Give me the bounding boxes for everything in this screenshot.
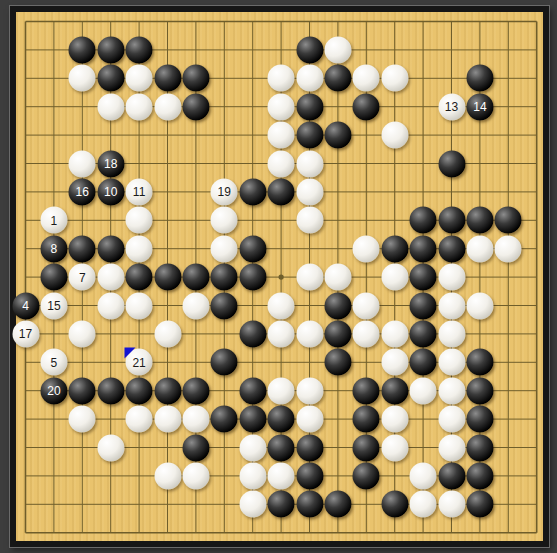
stone-white[interactable] xyxy=(296,178,323,205)
stone-white[interactable] xyxy=(438,434,465,461)
stone-black[interactable] xyxy=(466,65,493,92)
stone-black[interactable]: 8 xyxy=(40,235,67,262)
stone-black[interactable] xyxy=(381,491,408,518)
stone-black[interactable] xyxy=(211,349,238,376)
stone-white[interactable] xyxy=(126,292,153,319)
stone-black[interactable] xyxy=(211,292,238,319)
stone-white[interactable]: 7 xyxy=(69,264,96,291)
move-number-label: 20 xyxy=(47,385,60,397)
move-number-label: 10 xyxy=(104,186,117,198)
stone-white[interactable] xyxy=(466,235,493,262)
stone-black[interactable] xyxy=(239,178,266,205)
stone-black[interactable] xyxy=(353,377,380,404)
stone-white[interactable]: 1 xyxy=(40,207,67,234)
stone-white[interactable] xyxy=(353,320,380,347)
stone-white[interactable] xyxy=(353,292,380,319)
stone-black[interactable] xyxy=(466,406,493,433)
stone-white[interactable] xyxy=(268,122,295,149)
stone-black[interactable] xyxy=(268,178,295,205)
stone-white[interactable] xyxy=(239,491,266,518)
stone-black[interactable] xyxy=(410,292,437,319)
stone-black[interactable] xyxy=(154,377,181,404)
stone-white[interactable] xyxy=(410,462,437,489)
stone-white[interactable] xyxy=(97,292,124,319)
stone-white[interactable] xyxy=(296,65,323,92)
stone-white[interactable] xyxy=(126,207,153,234)
move-number-label: 7 xyxy=(79,271,86,283)
stone-black[interactable] xyxy=(97,65,124,92)
stone-white[interactable]: 19 xyxy=(211,178,238,205)
stone-black[interactable] xyxy=(466,434,493,461)
stone-white[interactable] xyxy=(154,320,181,347)
stone-black[interactable] xyxy=(466,462,493,489)
stone-white[interactable] xyxy=(324,36,351,63)
move-number-label: 4 xyxy=(22,300,29,312)
stone-black[interactable] xyxy=(239,377,266,404)
stone-black[interactable] xyxy=(438,235,465,262)
last-move-marker xyxy=(125,348,136,359)
stone-black[interactable] xyxy=(97,235,124,262)
stone-black[interactable] xyxy=(211,264,238,291)
move-number-label: 19 xyxy=(218,186,231,198)
stone-black[interactable] xyxy=(296,36,323,63)
stone-black[interactable]: 10 xyxy=(97,178,124,205)
stone-black[interactable] xyxy=(324,491,351,518)
stone-black[interactable] xyxy=(438,462,465,489)
stone-white[interactable] xyxy=(324,264,351,291)
stone-white[interactable] xyxy=(126,93,153,120)
stone-black[interactable] xyxy=(40,264,67,291)
stone-white[interactable] xyxy=(438,491,465,518)
stone-black[interactable] xyxy=(466,349,493,376)
stone-black[interactable] xyxy=(296,434,323,461)
stone-white[interactable] xyxy=(69,65,96,92)
stone-white[interactable] xyxy=(438,264,465,291)
stone-black[interactable] xyxy=(126,36,153,63)
stone-black[interactable] xyxy=(268,406,295,433)
stone-black[interactable] xyxy=(126,377,153,404)
stone-white[interactable] xyxy=(97,93,124,120)
stone-black[interactable] xyxy=(154,65,181,92)
stone-white[interactable] xyxy=(154,406,181,433)
stone-white[interactable] xyxy=(154,462,181,489)
stone-black[interactable]: 16 xyxy=(69,178,96,205)
stone-black[interactable] xyxy=(353,93,380,120)
stone-black[interactable] xyxy=(410,235,437,262)
stone-white[interactable] xyxy=(182,462,209,489)
stone-black[interactable] xyxy=(296,462,323,489)
stone-white[interactable] xyxy=(182,406,209,433)
stone-black[interactable] xyxy=(324,292,351,319)
stone-black[interactable] xyxy=(466,207,493,234)
stone-white[interactable] xyxy=(296,207,323,234)
stone-black[interactable]: 18 xyxy=(97,150,124,177)
stone-black[interactable] xyxy=(324,122,351,149)
move-number-label: 13 xyxy=(445,101,458,113)
stone-black[interactable] xyxy=(324,349,351,376)
stone-white[interactable] xyxy=(97,264,124,291)
stone-black[interactable] xyxy=(466,377,493,404)
stone-white[interactable] xyxy=(495,235,522,262)
stone-black[interactable] xyxy=(324,320,351,347)
stone-black[interactable] xyxy=(438,207,465,234)
stone-white[interactable] xyxy=(438,406,465,433)
stone-white[interactable] xyxy=(381,264,408,291)
stone-black[interactable] xyxy=(353,406,380,433)
stone-white[interactable] xyxy=(268,292,295,319)
stone-black[interactable] xyxy=(69,36,96,63)
stone-black[interactable] xyxy=(97,377,124,404)
stone-white[interactable] xyxy=(296,406,323,433)
stone-black[interactable] xyxy=(381,377,408,404)
stone-black[interactable] xyxy=(410,207,437,234)
move-number-label: 14 xyxy=(473,101,486,113)
stone-black[interactable] xyxy=(353,462,380,489)
stone-black[interactable] xyxy=(324,65,351,92)
stone-white[interactable] xyxy=(353,235,380,262)
stone-black[interactable] xyxy=(239,406,266,433)
stone-white[interactable] xyxy=(381,122,408,149)
stone-black[interactable] xyxy=(182,434,209,461)
stone-black[interactable] xyxy=(268,434,295,461)
stone-white[interactable] xyxy=(182,292,209,319)
stone-white[interactable] xyxy=(126,406,153,433)
stone-white[interactable] xyxy=(381,434,408,461)
stone-black[interactable] xyxy=(239,235,266,262)
stone-black[interactable] xyxy=(495,207,522,234)
stone-white[interactable] xyxy=(438,377,465,404)
stone-white[interactable]: 13 xyxy=(438,93,465,120)
move-number-label: 5 xyxy=(51,356,58,368)
stone-white[interactable] xyxy=(268,150,295,177)
stone-white[interactable] xyxy=(296,320,323,347)
move-number-label: 8 xyxy=(51,243,58,255)
stone-white[interactable] xyxy=(381,65,408,92)
stone-white[interactable] xyxy=(381,320,408,347)
stone-white[interactable] xyxy=(268,462,295,489)
stone-white[interactable] xyxy=(381,349,408,376)
stone-white[interactable] xyxy=(296,150,323,177)
stone-black[interactable] xyxy=(466,491,493,518)
stone-white[interactable] xyxy=(97,434,124,461)
stone-white[interactable] xyxy=(268,320,295,347)
go-app-window: 131418161011191874151752120 xyxy=(0,0,557,553)
stone-white[interactable] xyxy=(126,235,153,262)
stone-black[interactable] xyxy=(182,264,209,291)
stone-white[interactable] xyxy=(438,349,465,376)
stone-black[interactable] xyxy=(182,93,209,120)
stone-white[interactable] xyxy=(211,235,238,262)
stone-black[interactable]: 14 xyxy=(466,93,493,120)
stone-white[interactable] xyxy=(69,150,96,177)
stone-white[interactable] xyxy=(126,65,153,92)
stone-white[interactable] xyxy=(438,320,465,347)
stone-black[interactable] xyxy=(410,264,437,291)
stone-white[interactable] xyxy=(239,434,266,461)
stone-black[interactable] xyxy=(69,377,96,404)
stone-black[interactable] xyxy=(126,264,153,291)
stone-black[interactable] xyxy=(296,491,323,518)
move-number-label: 17 xyxy=(19,328,32,340)
stone-black[interactable]: 20 xyxy=(40,377,67,404)
stone-black[interactable] xyxy=(154,264,181,291)
stone-black[interactable]: 4 xyxy=(12,292,39,319)
stone-white[interactable] xyxy=(466,292,493,319)
stone-black[interactable] xyxy=(211,406,238,433)
move-number-label: 15 xyxy=(47,300,60,312)
move-number-label: 1 xyxy=(51,214,58,226)
stone-white[interactable] xyxy=(154,93,181,120)
stone-white[interactable] xyxy=(268,377,295,404)
stone-black[interactable] xyxy=(182,377,209,404)
stone-white[interactable] xyxy=(296,377,323,404)
stone-white[interactable] xyxy=(69,406,96,433)
stone-black[interactable] xyxy=(410,349,437,376)
stone-black[interactable] xyxy=(353,434,380,461)
stone-black[interactable] xyxy=(410,320,437,347)
stone-white[interactable]: 11 xyxy=(126,178,153,205)
move-number-label: 18 xyxy=(104,158,117,170)
stone-white[interactable] xyxy=(410,377,437,404)
stone-black[interactable] xyxy=(438,150,465,177)
stone-white[interactable] xyxy=(381,406,408,433)
stone-black[interactable] xyxy=(239,264,266,291)
stone-white[interactable]: 5 xyxy=(40,349,67,376)
stone-white[interactable]: 15 xyxy=(40,292,67,319)
stone-white[interactable] xyxy=(410,491,437,518)
stone-black[interactable] xyxy=(296,122,323,149)
stone-black[interactable] xyxy=(69,235,96,262)
move-number-label: 11 xyxy=(133,186,145,198)
stone-black[interactable] xyxy=(296,93,323,120)
stone-black[interactable] xyxy=(381,235,408,262)
move-number-label: 16 xyxy=(76,186,89,198)
stone-black[interactable] xyxy=(268,491,295,518)
stone-white[interactable]: 17 xyxy=(12,320,39,347)
stone-black[interactable] xyxy=(182,65,209,92)
stone-white[interactable] xyxy=(239,462,266,489)
stone-white[interactable] xyxy=(353,65,380,92)
stone-white[interactable] xyxy=(438,292,465,319)
stone-white[interactable] xyxy=(211,207,238,234)
stone-white[interactable] xyxy=(69,320,96,347)
stone-black[interactable] xyxy=(239,320,266,347)
stone-white[interactable] xyxy=(296,264,323,291)
stone-white[interactable] xyxy=(268,65,295,92)
stone-white[interactable] xyxy=(268,93,295,120)
stone-black[interactable] xyxy=(97,36,124,63)
